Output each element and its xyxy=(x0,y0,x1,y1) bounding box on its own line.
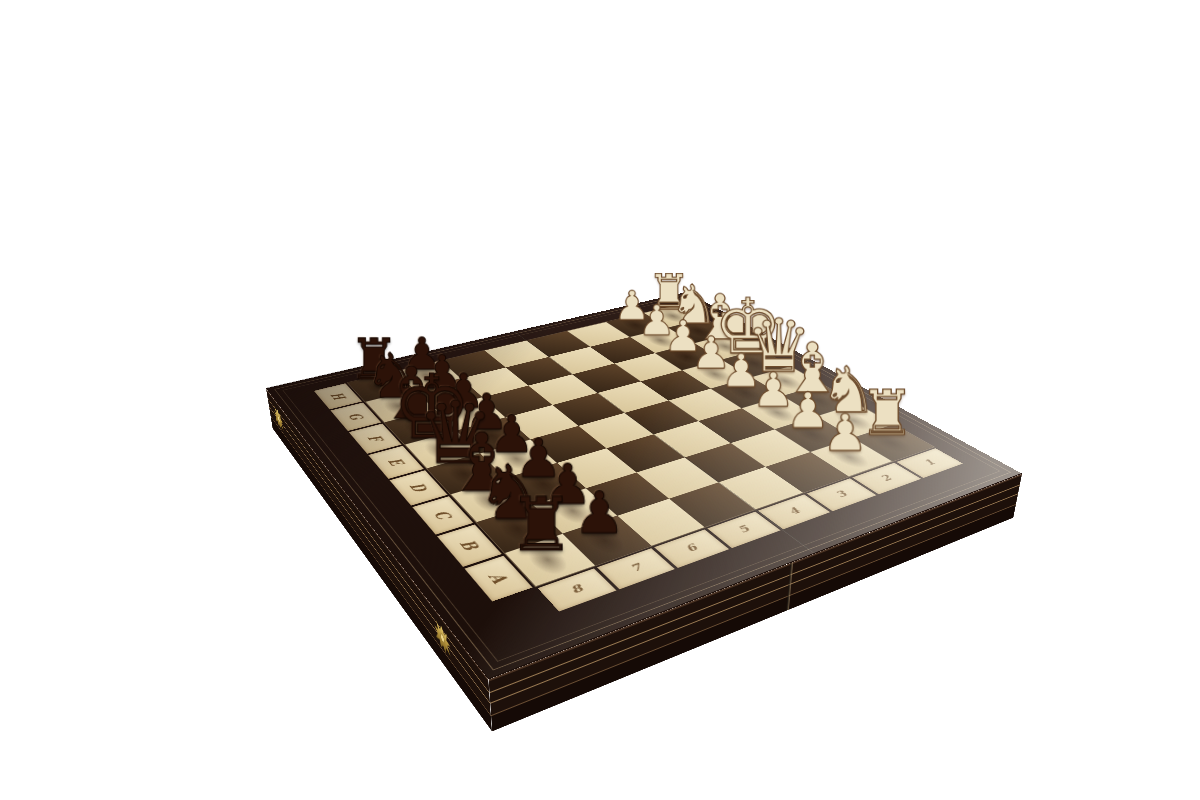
rank-label-text: 7 xyxy=(627,563,645,574)
piece-glyph: ♜ xyxy=(470,488,613,562)
photo-scene: ♜♞♝♚♛♝♞♜♟♟♟♟♟♟♟♟♟♟♟♟♟♟♟♟♜♞♝♚♛♝♞♜ HGFEDCB… xyxy=(0,0,1200,800)
rank-label-text: 6 xyxy=(683,543,700,553)
piece-glyph: ♟ xyxy=(785,407,907,458)
chess-board: ♜♞♝♚♛♝♞♜♟♟♟♟♟♟♟♟♟♟♟♟♟♟♟♟♜♞♝♚♛♝♞♜ HGFEDCB… xyxy=(266,292,1022,680)
box-fold-seam xyxy=(786,562,793,611)
rank-label-text: 2 xyxy=(878,474,895,482)
rank-label-text: 1 xyxy=(921,459,938,467)
rank-label-text: 3 xyxy=(833,490,850,499)
rank-label-text: 4 xyxy=(786,507,803,516)
rank-label-text: 8 xyxy=(568,583,586,595)
rank-label-text: 5 xyxy=(736,524,753,534)
